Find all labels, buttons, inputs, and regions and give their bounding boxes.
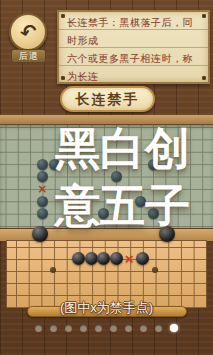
- corner-pin-icon: [202, 14, 206, 18]
- overlay-title-line-1: 黑白创: [55, 120, 190, 177]
- page-dot[interactable]: [35, 325, 42, 332]
- corner-pin-icon: [61, 76, 65, 80]
- back-button[interactable]: [9, 13, 47, 51]
- overlay-title-line-2: 意五子: [55, 177, 190, 234]
- section-banner: 长连禁手: [60, 86, 155, 112]
- overlay-title: 黑白创 意五子: [55, 120, 190, 234]
- page-dot-active[interactable]: [170, 324, 178, 332]
- page-dot[interactable]: [80, 325, 87, 332]
- page-dot[interactable]: [65, 325, 72, 332]
- corner-pin-icon: [61, 14, 65, 18]
- corner-pin-icon: [202, 76, 206, 80]
- rule-panel: 长连禁手：黑棋落子后，同时形成 六个或更多黑子相连时，称为长连 禁手。: [57, 10, 210, 84]
- page-dot[interactable]: [140, 325, 147, 332]
- page-dot[interactable]: [125, 325, 132, 332]
- page-dot[interactable]: [95, 325, 102, 332]
- rule-line: 六个或更多黑子相连时，称为长连: [67, 50, 200, 86]
- back-button-label[interactable]: 后退: [11, 49, 46, 63]
- return-arrow-icon: [20, 20, 37, 44]
- pagination-dots: [0, 323, 213, 333]
- page-dot[interactable]: [155, 325, 162, 332]
- page-dot[interactable]: [110, 325, 117, 332]
- lower-game-board: [6, 240, 207, 308]
- caption-forbidden-note: (图中x为禁手点): [0, 299, 213, 317]
- app-background: ××× 后退 长连禁手：黑棋落子后，同时形成 六个或更多黑子相连时，称为长连 禁…: [0, 0, 213, 355]
- rule-line: 长连禁手：黑棋落子后，同时形成: [67, 14, 200, 50]
- page-dot[interactable]: [50, 325, 57, 332]
